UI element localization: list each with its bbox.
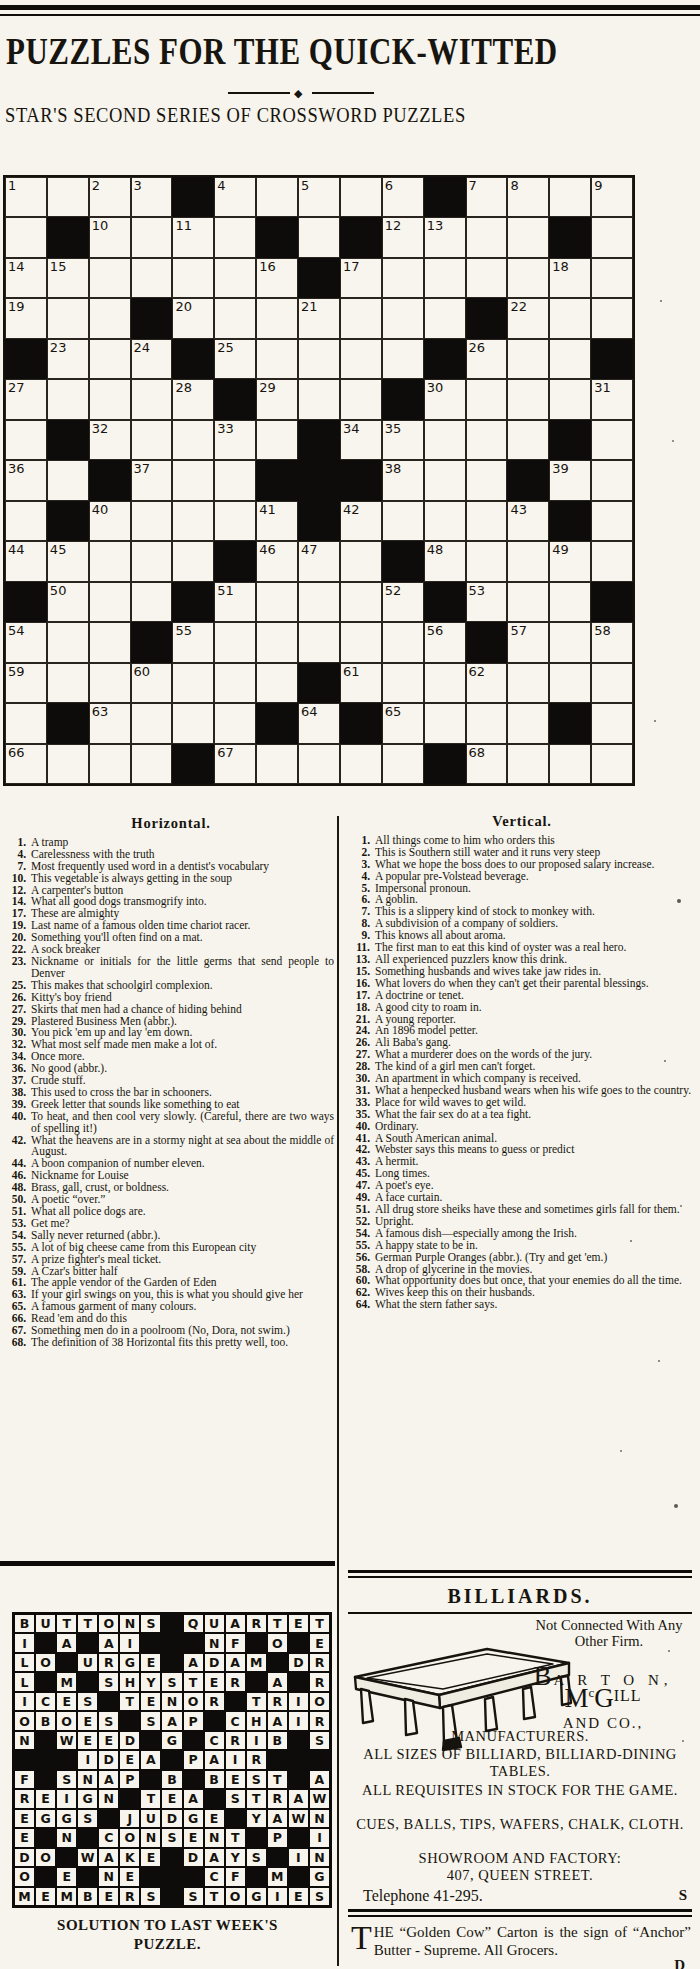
clue-text: Nickname or initials for the little germ… xyxy=(31,956,334,980)
page-title: PUZZLES FOR THE QUICK-WITTED xyxy=(6,30,566,74)
puzzle-cell-9-7[interactable]: 41 xyxy=(256,501,298,541)
puzzle-cell-12-1[interactable]: 54 xyxy=(5,622,47,662)
puzzle-cell-11-9[interactable] xyxy=(340,582,382,622)
puzzle-cell-8-4[interactable]: 37 xyxy=(131,460,173,500)
puzzle-cell-3-1[interactable]: 14 xyxy=(5,258,47,298)
clue-vertical-40: 40.Ordinary. xyxy=(352,1121,692,1133)
puzzle-cell-13-4[interactable]: 60 xyxy=(131,663,173,703)
solution-cell-3-9: A xyxy=(183,1653,204,1672)
puzzle-cell-10-7[interactable]: 46 xyxy=(256,541,298,581)
solution-cell-14-4 xyxy=(77,1867,98,1886)
puzzle-cell-13-6[interactable] xyxy=(214,663,256,703)
solution-cell-10-6 xyxy=(119,1789,140,1808)
solution-cell-3-3 xyxy=(56,1653,77,1672)
puzzle-cell-4-10[interactable] xyxy=(382,298,424,338)
solution-cell-6-1: O xyxy=(14,1711,35,1730)
solution-cell-13-8 xyxy=(161,1848,182,1867)
puzzle-cell-15-15[interactable] xyxy=(591,744,633,784)
clue-number: 65 xyxy=(385,704,402,719)
puzzle-cell-9-9[interactable]: 42 xyxy=(340,501,382,541)
puzzle-cell-4-3[interactable] xyxy=(89,298,131,338)
solution-cell-9-1: F xyxy=(14,1770,35,1789)
puzzle-cell-6-8[interactable] xyxy=(298,379,340,419)
puzzle-cell-1-14[interactable] xyxy=(549,177,591,217)
puzzle-cell-7-4[interactable] xyxy=(131,420,173,460)
puzzle-cell-12-14[interactable] xyxy=(549,622,591,662)
solution-cell-15-5: E xyxy=(98,1887,119,1906)
puzzle-cell-7-9[interactable]: 34 xyxy=(340,420,382,460)
puzzle-cell-2-10[interactable]: 12 xyxy=(382,217,424,257)
solution-cell-1-15: T xyxy=(309,1614,330,1633)
solution-cell-9-13: T xyxy=(267,1770,288,1789)
puzzle-cell-11-3[interactable] xyxy=(89,582,131,622)
puzzle-cell-4-6[interactable] xyxy=(214,298,256,338)
puzzle-cell-6-5[interactable]: 28 xyxy=(172,379,214,419)
solution-cell-2-1: I xyxy=(14,1633,35,1652)
puzzle-cell-13-3[interactable] xyxy=(89,663,131,703)
paper-specks xyxy=(660,300,662,302)
puzzle-cell-3-10[interactable] xyxy=(382,258,424,298)
puzzle-cell-12-11[interactable]: 56 xyxy=(424,622,466,662)
puzzle-cell-7-15[interactable] xyxy=(591,420,633,460)
puzzle-cell-6-11[interactable]: 30 xyxy=(424,379,466,419)
puzzle-cell-9-5[interactable] xyxy=(172,501,214,541)
puzzle-cell-14-15[interactable] xyxy=(591,703,633,743)
puzzle-cell-9-4[interactable] xyxy=(131,501,173,541)
puzzle-cell-9-3[interactable]: 40 xyxy=(89,501,131,541)
solution-cell-12-8: S xyxy=(161,1828,182,1847)
puzzle-cell-11-12[interactable]: 53 xyxy=(466,582,508,622)
puzzle-cell-14-5[interactable] xyxy=(172,703,214,743)
puzzle-cell-3-2[interactable]: 15 xyxy=(47,258,89,298)
puzzle-cell-13-10[interactable] xyxy=(382,663,424,703)
puzzle-cell-15-3[interactable] xyxy=(89,744,131,784)
puzzle-cell-7-10[interactable]: 35 xyxy=(382,420,424,460)
clue-number: 56. xyxy=(352,1252,375,1264)
puzzle-cell-6-2[interactable] xyxy=(47,379,89,419)
puzzle-cell-10-4[interactable] xyxy=(131,541,173,581)
clue-number: 54 xyxy=(8,623,25,638)
ad-notice: Not Connected With Any Other Firm. xyxy=(525,1617,693,1649)
puzzle-cell-3-14[interactable]: 18 xyxy=(549,258,591,298)
clue-number: 19 xyxy=(8,299,25,314)
clue-horizontal-4: 4.Carelessness with the truth xyxy=(8,849,334,861)
puzzle-cell-15-9[interactable] xyxy=(340,744,382,784)
puzzle-cell-8-12[interactable] xyxy=(466,460,508,500)
solution-cell-10-13: R xyxy=(267,1789,288,1808)
solution-cell-12-14 xyxy=(288,1828,309,1847)
puzzle-cell-13-7[interactable] xyxy=(256,663,298,703)
puzzle-cell-13-1[interactable]: 59 xyxy=(5,663,47,703)
clue-number: 68. xyxy=(8,1337,31,1349)
solution-cell-4-5: S xyxy=(98,1672,119,1691)
clue-number: 40. xyxy=(8,1111,31,1123)
solution-cell-13-5: A xyxy=(98,1848,119,1867)
column-divider-rule xyxy=(337,816,339,1966)
ad-bottom-rule xyxy=(348,1909,692,1912)
puzzle-cell-15-1[interactable]: 66 xyxy=(5,744,47,784)
puzzle-cell-13-2[interactable] xyxy=(47,663,89,703)
solution-cell-7-6: D xyxy=(119,1731,140,1750)
puzzle-cell-4-2[interactable] xyxy=(47,298,89,338)
solution-cell-13-10: A xyxy=(204,1848,225,1867)
horizontal-clues-header: Horizontal. xyxy=(8,818,334,830)
puzzle-cell-7-11[interactable] xyxy=(424,420,466,460)
vertical-clues-column: Vertical. 1.All things come to him who o… xyxy=(352,816,692,1311)
puzzle-cell-8-11[interactable] xyxy=(424,460,466,500)
solution-cell-15-3: M xyxy=(56,1887,77,1906)
puzzle-cell-5-6[interactable]: 25 xyxy=(214,339,256,379)
solution-cell-8-13 xyxy=(267,1750,288,1769)
puzzle-cell-15-6[interactable]: 67 xyxy=(214,744,256,784)
puzzle-cell-10-8[interactable]: 47 xyxy=(298,541,340,581)
clue-text: Most frequently used word in a dentist's… xyxy=(31,861,334,873)
puzzle-cell-4-8[interactable]: 21 xyxy=(298,298,340,338)
solution-cell-13-1: D xyxy=(14,1848,35,1867)
puzzle-cell-6-12[interactable] xyxy=(466,379,508,419)
puzzle-cell-1-15[interactable]: 9 xyxy=(591,177,633,217)
puzzle-cell-13-8 xyxy=(298,663,340,703)
solution-cell-11-2: G xyxy=(35,1809,56,1828)
puzzle-cell-12-6[interactable] xyxy=(214,622,256,662)
puzzle-cell-13-11[interactable] xyxy=(424,663,466,703)
puzzle-cell-8-2[interactable] xyxy=(47,460,89,500)
puzzle-cell-12-2[interactable] xyxy=(47,622,89,662)
puzzle-cell-14-1[interactable] xyxy=(5,703,47,743)
puzzle-cell-14-11[interactable] xyxy=(424,703,466,743)
puzzle-cell-12-12 xyxy=(466,622,508,662)
solution-cell-12-7: N xyxy=(140,1828,161,1847)
puzzle-cell-5-7[interactable] xyxy=(256,339,298,379)
puzzle-cell-4-15[interactable] xyxy=(591,298,633,338)
puzzle-cell-8-1[interactable]: 36 xyxy=(5,460,47,500)
puzzle-cell-3-8 xyxy=(298,258,340,298)
puzzle-cell-13-13[interactable] xyxy=(507,663,549,703)
solution-cell-13-6: K xyxy=(119,1848,140,1867)
puzzle-cell-10-9[interactable] xyxy=(340,541,382,581)
solution-cell-4-15: R xyxy=(309,1672,330,1691)
puzzle-cell-12-7[interactable] xyxy=(256,622,298,662)
clue-number: 8 xyxy=(510,178,518,193)
puzzle-cell-12-5[interactable]: 55 xyxy=(172,622,214,662)
solution-cell-5-2: C xyxy=(35,1692,56,1711)
last-week-solution-grid: BUTTONSQUARTETIAAINFOELOURGEADAMDRLMSHYS… xyxy=(12,1612,332,1908)
puzzle-cell-15-2[interactable] xyxy=(47,744,89,784)
solution-cell-14-13: M xyxy=(267,1867,288,1886)
clue-vertical-64: 64.What the stern father says. xyxy=(352,1299,692,1311)
puzzle-cell-3-3[interactable] xyxy=(89,258,131,298)
puzzle-cell-11-10[interactable]: 52 xyxy=(382,582,424,622)
puzzle-cell-3-15[interactable] xyxy=(591,258,633,298)
clue-horizontal-57: 57.A prize fighter's meal ticket. xyxy=(8,1254,334,1266)
solution-cell-3-8 xyxy=(161,1653,182,1672)
puzzle-cell-5-4[interactable]: 24 xyxy=(131,339,173,379)
solution-cell-4-13: A xyxy=(267,1672,288,1691)
puzzle-cell-6-7[interactable]: 29 xyxy=(256,379,298,419)
puzzle-cell-6-13[interactable] xyxy=(507,379,549,419)
puzzle-cell-12-3[interactable] xyxy=(89,622,131,662)
puzzle-cell-4-5[interactable]: 20 xyxy=(172,298,214,338)
puzzle-cell-15-12[interactable]: 68 xyxy=(466,744,508,784)
solution-cell-8-8 xyxy=(161,1750,182,1769)
puzzle-cell-4-9[interactable] xyxy=(340,298,382,338)
clue-text: A doctrine or tenet. xyxy=(375,990,692,1002)
clue-number: 17. xyxy=(352,990,375,1002)
solution-cell-11-14: W xyxy=(288,1809,309,1828)
puzzle-cell-3-4[interactable] xyxy=(131,258,173,298)
puzzle-cell-14-12[interactable] xyxy=(466,703,508,743)
puzzle-cell-6-6 xyxy=(214,379,256,419)
puzzle-cell-2-5[interactable]: 11 xyxy=(172,217,214,257)
puzzle-cell-13-9[interactable]: 61 xyxy=(340,663,382,703)
solution-cell-11-3: G xyxy=(56,1809,77,1828)
puzzle-cell-7-7[interactable] xyxy=(256,420,298,460)
puzzle-cell-7-5[interactable] xyxy=(172,420,214,460)
puzzle-cell-14-13[interactable] xyxy=(507,703,549,743)
clue-number: 34 xyxy=(343,421,360,436)
solution-cell-11-4: S xyxy=(77,1809,98,1828)
puzzle-cell-8-10[interactable]: 38 xyxy=(382,460,424,500)
puzzle-cell-7-12[interactable] xyxy=(466,420,508,460)
solution-cell-7-1: N xyxy=(14,1731,35,1750)
puzzle-cell-5-5 xyxy=(172,339,214,379)
puzzle-cell-10-11[interactable]: 48 xyxy=(424,541,466,581)
puzzle-cell-7-6[interactable]: 33 xyxy=(214,420,256,460)
puzzle-cell-12-13[interactable]: 57 xyxy=(507,622,549,662)
puzzle-cell-14-8[interactable]: 64 xyxy=(298,703,340,743)
puzzle-cell-7-13[interactable] xyxy=(507,420,549,460)
billiards-advertisement: BILLIARDS. Not Connected With Any Other … xyxy=(345,1565,695,1969)
puzzle-cell-5-13[interactable] xyxy=(507,339,549,379)
puzzle-cell-1-9[interactable] xyxy=(340,177,382,217)
solution-cell-4-3: M xyxy=(56,1672,77,1691)
puzzle-cell-15-14[interactable] xyxy=(549,744,591,784)
clue-vertical-35: 35.What the fair sex do at a tea fight. xyxy=(352,1109,692,1121)
solution-cell-15-15: S xyxy=(309,1887,330,1906)
puzzle-cell-4-14[interactable] xyxy=(549,298,591,338)
puzzle-cell-1-7[interactable] xyxy=(256,177,298,217)
puzzle-cell-11-8[interactable] xyxy=(298,582,340,622)
puzzle-cell-2-8[interactable] xyxy=(298,217,340,257)
puzzle-cell-2-4[interactable] xyxy=(131,217,173,257)
puzzle-cell-10-14[interactable]: 49 xyxy=(549,541,591,581)
puzzle-cell-14-7 xyxy=(256,703,298,743)
clue-number: 5 xyxy=(301,178,309,193)
clue-number: 64 xyxy=(301,704,318,719)
clue-number: 49 xyxy=(552,542,569,557)
puzzle-cell-11-4[interactable] xyxy=(131,582,173,622)
clue-number: 7. xyxy=(8,861,31,873)
puzzle-cell-1-4[interactable]: 3 xyxy=(131,177,173,217)
puzzle-cell-11-13[interactable] xyxy=(507,582,549,622)
puzzle-cell-10-12[interactable] xyxy=(466,541,508,581)
headline-divider: ◆ xyxy=(228,88,378,98)
puzzle-cell-2-6[interactable] xyxy=(214,217,256,257)
solution-cell-8-7: A xyxy=(140,1750,161,1769)
puzzle-cell-10-13[interactable] xyxy=(507,541,549,581)
puzzle-cell-6-15[interactable]: 31 xyxy=(591,379,633,419)
solution-cell-4-11: R xyxy=(225,1672,246,1691)
puzzle-cell-1-10[interactable]: 6 xyxy=(382,177,424,217)
puzzle-cell-5-8[interactable] xyxy=(298,339,340,379)
solution-cell-15-13: I xyxy=(267,1887,288,1906)
ad-bottom-rule-2 xyxy=(348,1915,692,1917)
puzzle-cell-6-1[interactable]: 27 xyxy=(5,379,47,419)
puzzle-cell-1-3[interactable]: 2 xyxy=(89,177,131,217)
puzzle-cell-12-15[interactable]: 58 xyxy=(591,622,633,662)
puzzle-cell-1-1[interactable]: 1 xyxy=(5,177,47,217)
solution-cell-6-9: P xyxy=(183,1711,204,1730)
puzzle-cell-6-14[interactable] xyxy=(549,379,591,419)
puzzle-cell-2-1[interactable] xyxy=(5,217,47,257)
puzzle-cell-5-12[interactable]: 26 xyxy=(466,339,508,379)
puzzle-cell-12-10[interactable] xyxy=(382,622,424,662)
puzzle-cell-9-8 xyxy=(298,501,340,541)
puzzle-cell-9-6[interactable] xyxy=(214,501,256,541)
puzzle-cell-9-1[interactable] xyxy=(5,501,47,541)
puzzle-cell-2-3[interactable]: 10 xyxy=(89,217,131,257)
puzzle-cell-8-5[interactable] xyxy=(172,460,214,500)
puzzle-cell-6-3[interactable] xyxy=(89,379,131,419)
clue-text: Impersonal pronoun. xyxy=(375,883,692,895)
puzzle-cell-2-13[interactable] xyxy=(507,217,549,257)
clue-number: 51 xyxy=(217,583,234,598)
puzzle-cell-2-11[interactable]: 13 xyxy=(424,217,466,257)
solution-cell-14-15: G xyxy=(309,1867,330,1886)
puzzle-cell-7-1[interactable] xyxy=(5,420,47,460)
puzzle-cell-8-6[interactable] xyxy=(214,460,256,500)
solution-cell-10-5: N xyxy=(98,1789,119,1808)
puzzle-cell-9-15[interactable] xyxy=(591,501,633,541)
puzzle-cell-13-5[interactable] xyxy=(172,663,214,703)
clue-number: 10. xyxy=(8,873,31,885)
puzzle-cell-11-6[interactable]: 51 xyxy=(214,582,256,622)
puzzle-cell-12-9[interactable] xyxy=(340,622,382,662)
puzzle-cell-4-11[interactable] xyxy=(424,298,466,338)
solution-cell-12-6: O xyxy=(119,1828,140,1847)
solution-cell-12-4 xyxy=(77,1828,98,1847)
clue-horizontal-68: 68.The definition of 38 Horizontal fits … xyxy=(8,1337,334,1349)
puzzle-cell-5-9[interactable] xyxy=(340,339,382,379)
puzzle-cell-9-10[interactable] xyxy=(382,501,424,541)
puzzle-cell-8-14[interactable]: 39 xyxy=(549,460,591,500)
puzzle-cell-11-7[interactable] xyxy=(256,582,298,622)
puzzle-cell-9-11[interactable] xyxy=(424,501,466,541)
puzzle-cell-1-8[interactable]: 5 xyxy=(298,177,340,217)
solution-cell-7-10: C xyxy=(204,1731,225,1750)
ad-phone: Telephone 41-295. xyxy=(363,1887,483,1905)
puzzle-cell-15-8[interactable] xyxy=(298,744,340,784)
puzzle-cell-10-1[interactable]: 44 xyxy=(5,541,47,581)
puzzle-cell-5-14[interactable] xyxy=(549,339,591,379)
puzzle-cell-4-7[interactable] xyxy=(256,298,298,338)
puzzle-cell-3-12[interactable] xyxy=(466,258,508,298)
clue-text: Kitty's boy friend xyxy=(31,992,334,1004)
puzzle-cell-1-2[interactable] xyxy=(47,177,89,217)
puzzle-cell-9-13[interactable]: 43 xyxy=(507,501,549,541)
clue-number: 54. xyxy=(8,1230,31,1242)
solution-cell-9-11: E xyxy=(225,1770,246,1789)
puzzle-cell-3-11[interactable] xyxy=(424,258,466,298)
puzzle-cell-1-13[interactable]: 8 xyxy=(507,177,549,217)
puzzle-cell-14-6[interactable] xyxy=(214,703,256,743)
puzzle-cell-5-2[interactable]: 23 xyxy=(47,339,89,379)
solution-cell-5-10: R xyxy=(204,1692,225,1711)
puzzle-cell-15-4[interactable] xyxy=(131,744,173,784)
puzzle-cell-3-6[interactable] xyxy=(214,258,256,298)
puzzle-cell-2-12[interactable] xyxy=(466,217,508,257)
puzzle-cell-5-10[interactable] xyxy=(382,339,424,379)
clue-number: 43 xyxy=(510,502,527,517)
puzzle-cell-12-8[interactable] xyxy=(298,622,340,662)
puzzle-cell-9-12[interactable] xyxy=(466,501,508,541)
clue-number: 21 xyxy=(301,299,318,314)
puzzle-cell-3-7[interactable]: 16 xyxy=(256,258,298,298)
puzzle-cell-14-2 xyxy=(47,703,89,743)
solution-cell-7-8: G xyxy=(161,1731,182,1750)
puzzle-cell-10-2[interactable]: 45 xyxy=(47,541,89,581)
puzzle-cell-14-10[interactable]: 65 xyxy=(382,703,424,743)
clue-vertical-17: 17.A doctrine or tenet. xyxy=(352,990,692,1002)
puzzle-cell-11-2[interactable]: 50 xyxy=(47,582,89,622)
puzzle-cell-4-13[interactable]: 22 xyxy=(507,298,549,338)
puzzle-cell-3-13[interactable] xyxy=(507,258,549,298)
puzzle-cell-10-3[interactable] xyxy=(89,541,131,581)
puzzle-cell-2-15[interactable] xyxy=(591,217,633,257)
clue-horizontal-42: 42.What the heavens are in a stormy nigh… xyxy=(8,1135,334,1159)
puzzle-cell-6-9[interactable] xyxy=(340,379,382,419)
solution-cell-13-9: D xyxy=(183,1848,204,1867)
solution-cell-6-4: E xyxy=(77,1711,98,1730)
puzzle-cell-3-5[interactable] xyxy=(172,258,214,298)
footer-notice: THE “Golden Cow” Carton is the sign of “… xyxy=(351,1923,691,1959)
puzzle-cell-11-5 xyxy=(172,582,214,622)
puzzle-cell-6-4[interactable] xyxy=(131,379,173,419)
clue-number: 2 xyxy=(92,178,100,193)
puzzle-cell-1-6[interactable]: 4 xyxy=(214,177,256,217)
clue-number: 37 xyxy=(134,461,151,476)
puzzle-cell-4-1[interactable]: 19 xyxy=(5,298,47,338)
puzzle-cell-7-3[interactable]: 32 xyxy=(89,420,131,460)
clue-number: 28 xyxy=(175,380,192,395)
puzzle-cell-13-15[interactable] xyxy=(591,663,633,703)
clue-number: 36 xyxy=(8,461,25,476)
puzzle-cell-10-5[interactable] xyxy=(172,541,214,581)
solution-cell-6-11: C xyxy=(225,1711,246,1730)
puzzle-cell-14-3[interactable]: 63 xyxy=(89,703,131,743)
puzzle-cell-15-13[interactable] xyxy=(507,744,549,784)
puzzle-cell-15-7[interactable] xyxy=(256,744,298,784)
puzzle-cell-5-3[interactable] xyxy=(89,339,131,379)
solution-cell-7-13: B xyxy=(267,1731,288,1750)
puzzle-cell-11-14[interactable] xyxy=(549,582,591,622)
newspaper-page: PUZZLES FOR THE QUICK-WITTED ◆ STAR'S SE… xyxy=(0,0,700,1969)
solution-cell-7-9 xyxy=(183,1731,204,1750)
puzzle-cell-15-10[interactable] xyxy=(382,744,424,784)
puzzle-cell-13-12[interactable]: 62 xyxy=(466,663,508,703)
puzzle-cell-10-15[interactable] xyxy=(591,541,633,581)
clue-number: 58 xyxy=(594,623,611,638)
puzzle-cell-14-4[interactable] xyxy=(131,703,173,743)
puzzle-cell-1-5 xyxy=(172,177,214,217)
puzzle-cell-13-14[interactable] xyxy=(549,663,591,703)
solution-cell-14-7 xyxy=(140,1867,161,1886)
solution-cell-6-6 xyxy=(119,1711,140,1730)
puzzle-cell-3-9[interactable]: 17 xyxy=(340,258,382,298)
puzzle-cell-8-15[interactable] xyxy=(591,460,633,500)
solution-cell-9-12: S xyxy=(246,1770,267,1789)
puzzle-cell-1-12[interactable]: 7 xyxy=(466,177,508,217)
